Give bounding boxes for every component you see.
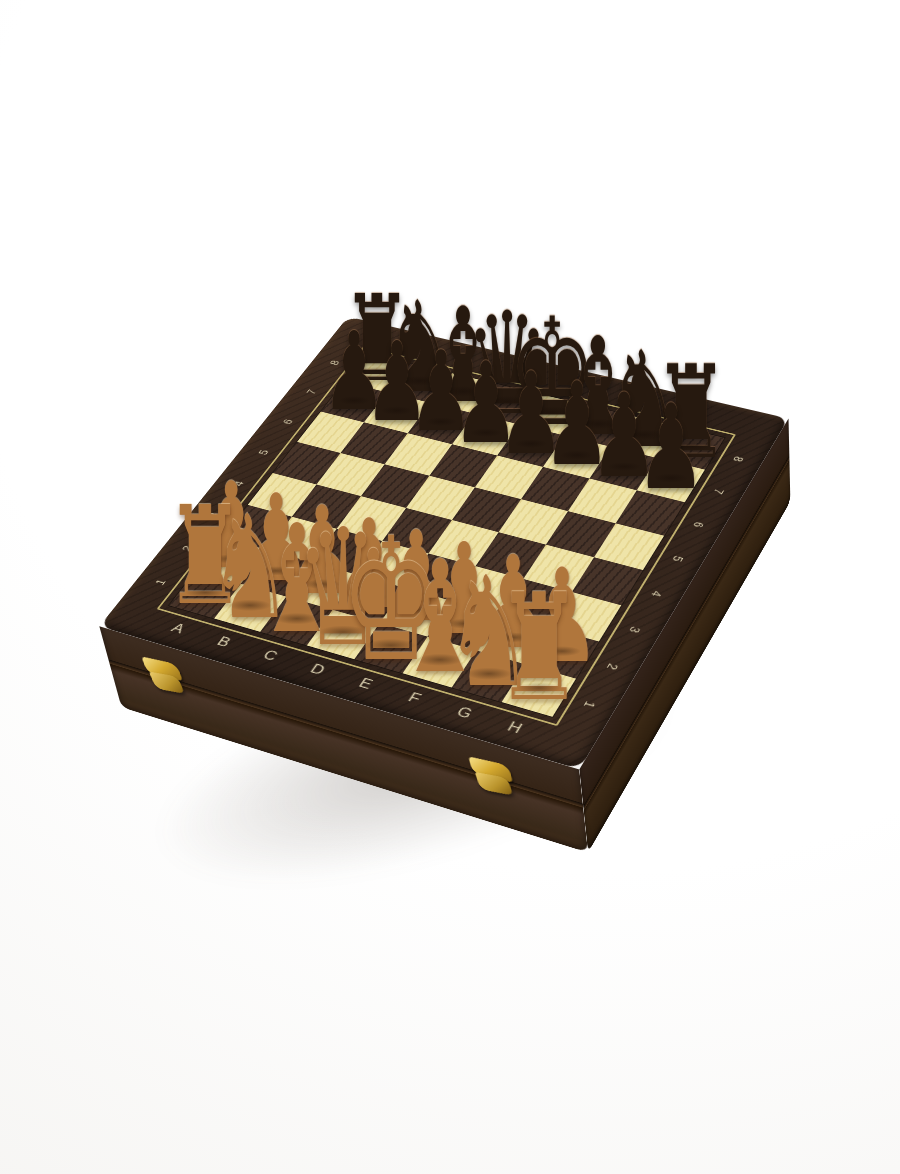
square-h5[interactable] [594,523,664,570]
piece-white-rook-h1[interactable]: ♜ [495,575,582,723]
brass-clasp-left [137,653,192,700]
brass-clasp-right [463,753,520,802]
piece-black-pawn-h7[interactable]: ♟ [636,388,705,505]
product-photo-scene: ABCDEFGH8877665544332211 ♜♞♝♟♛♟♚♟♝♟♞♟♜♟♟… [0,0,900,1174]
